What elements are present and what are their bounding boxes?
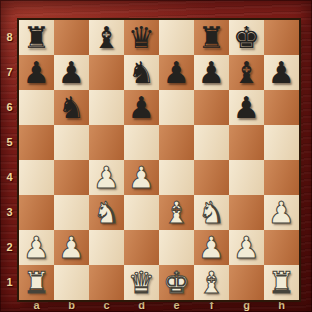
square-g5[interactable] bbox=[229, 125, 264, 160]
square-a4[interactable] bbox=[19, 160, 54, 195]
white-knight-f3: ♞ bbox=[194, 195, 229, 230]
black-pawn-d6: ♟ bbox=[124, 90, 159, 125]
rank-labels: 87654321 bbox=[0, 20, 19, 300]
square-d3[interactable] bbox=[124, 195, 159, 230]
square-f3[interactable]: ♞ bbox=[194, 195, 229, 230]
square-f7[interactable]: ♟ bbox=[194, 55, 229, 90]
rank-label-8: 8 bbox=[6, 32, 12, 43]
file-label-a: a bbox=[33, 300, 39, 311]
square-h2[interactable] bbox=[264, 230, 299, 265]
square-c2[interactable] bbox=[89, 230, 124, 265]
rank-label-2: 2 bbox=[6, 242, 12, 253]
black-king-g8: ♚ bbox=[229, 20, 264, 55]
square-c3[interactable]: ♞ bbox=[89, 195, 124, 230]
square-h3[interactable]: ♟ bbox=[264, 195, 299, 230]
square-h6[interactable] bbox=[264, 90, 299, 125]
rank-label-5: 5 bbox=[6, 137, 12, 148]
black-knight-d7: ♞ bbox=[124, 55, 159, 90]
white-bishop-f1: ♝ bbox=[194, 265, 229, 300]
white-pawn-b2: ♟ bbox=[54, 230, 89, 265]
white-rook-h1: ♜ bbox=[264, 265, 299, 300]
square-g1[interactable] bbox=[229, 265, 264, 300]
square-g4[interactable] bbox=[229, 160, 264, 195]
square-f5[interactable] bbox=[194, 125, 229, 160]
square-h7[interactable]: ♟ bbox=[264, 55, 299, 90]
white-knight-c3: ♞ bbox=[89, 195, 124, 230]
square-b2[interactable]: ♟ bbox=[54, 230, 89, 265]
file-label-d: d bbox=[138, 300, 145, 311]
square-d6[interactable]: ♟ bbox=[124, 90, 159, 125]
file-label-g: g bbox=[243, 300, 250, 311]
square-d7[interactable]: ♞ bbox=[124, 55, 159, 90]
white-pawn-d4: ♟ bbox=[124, 160, 159, 195]
rank-label-1: 1 bbox=[6, 277, 12, 288]
square-b5[interactable] bbox=[54, 125, 89, 160]
square-c1[interactable] bbox=[89, 265, 124, 300]
square-h8[interactable] bbox=[264, 20, 299, 55]
square-d8[interactable]: ♛ bbox=[124, 20, 159, 55]
black-queen-d8: ♛ bbox=[124, 20, 159, 55]
square-a5[interactable] bbox=[19, 125, 54, 160]
square-c7[interactable] bbox=[89, 55, 124, 90]
square-h4[interactable] bbox=[264, 160, 299, 195]
black-bishop-c8: ♝ bbox=[89, 20, 124, 55]
chess-diagram: 87654321 abcdefgh ♜♝♛♜♚♟♟♞♟♟♝♟♞♟♟♟♟♞♝♞♟♟… bbox=[0, 0, 312, 312]
square-a8[interactable]: ♜ bbox=[19, 20, 54, 55]
board: ♜♝♛♜♚♟♟♞♟♟♝♟♞♟♟♟♟♞♝♞♟♟♟♟♟♜♛♚♝♜ bbox=[19, 20, 299, 300]
rank-label-7: 7 bbox=[6, 67, 12, 78]
black-pawn-e7: ♟ bbox=[159, 55, 194, 90]
rank-label-3: 3 bbox=[6, 207, 12, 218]
square-g6[interactable]: ♟ bbox=[229, 90, 264, 125]
white-pawn-c4: ♟ bbox=[89, 160, 124, 195]
square-g8[interactable]: ♚ bbox=[229, 20, 264, 55]
file-label-h: h bbox=[278, 300, 285, 311]
square-a2[interactable]: ♟ bbox=[19, 230, 54, 265]
square-e7[interactable]: ♟ bbox=[159, 55, 194, 90]
square-c8[interactable]: ♝ bbox=[89, 20, 124, 55]
white-bishop-e3: ♝ bbox=[159, 195, 194, 230]
black-rook-f8: ♜ bbox=[194, 20, 229, 55]
square-e8[interactable] bbox=[159, 20, 194, 55]
square-c5[interactable] bbox=[89, 125, 124, 160]
square-f4[interactable] bbox=[194, 160, 229, 195]
black-pawn-h7: ♟ bbox=[264, 55, 299, 90]
square-g2[interactable]: ♟ bbox=[229, 230, 264, 265]
square-a1[interactable]: ♜ bbox=[19, 265, 54, 300]
rank-label-6: 6 bbox=[6, 102, 12, 113]
square-b1[interactable] bbox=[54, 265, 89, 300]
black-pawn-b7: ♟ bbox=[54, 55, 89, 90]
square-g7[interactable]: ♝ bbox=[229, 55, 264, 90]
black-bishop-g7: ♝ bbox=[229, 55, 264, 90]
square-d4[interactable]: ♟ bbox=[124, 160, 159, 195]
square-a6[interactable] bbox=[19, 90, 54, 125]
file-label-b: b bbox=[68, 300, 75, 311]
square-e4[interactable] bbox=[159, 160, 194, 195]
square-c6[interactable] bbox=[89, 90, 124, 125]
white-pawn-g2: ♟ bbox=[229, 230, 264, 265]
square-b7[interactable]: ♟ bbox=[54, 55, 89, 90]
square-d1[interactable]: ♛ bbox=[124, 265, 159, 300]
square-f1[interactable]: ♝ bbox=[194, 265, 229, 300]
file-label-c: c bbox=[103, 300, 109, 311]
square-d2[interactable] bbox=[124, 230, 159, 265]
square-a7[interactable]: ♟ bbox=[19, 55, 54, 90]
square-g3[interactable] bbox=[229, 195, 264, 230]
white-pawn-f2: ♟ bbox=[194, 230, 229, 265]
black-rook-a8: ♜ bbox=[19, 20, 54, 55]
square-e3[interactable]: ♝ bbox=[159, 195, 194, 230]
file-label-e: e bbox=[173, 300, 179, 311]
white-queen-d1: ♛ bbox=[124, 265, 159, 300]
rank-label-4: 4 bbox=[6, 172, 12, 183]
square-b4[interactable] bbox=[54, 160, 89, 195]
square-d5[interactable] bbox=[124, 125, 159, 160]
square-e2[interactable] bbox=[159, 230, 194, 265]
square-e1[interactable]: ♚ bbox=[159, 265, 194, 300]
square-c4[interactable]: ♟ bbox=[89, 160, 124, 195]
black-pawn-g6: ♟ bbox=[229, 90, 264, 125]
black-knight-b6: ♞ bbox=[54, 90, 89, 125]
white-king-e1: ♚ bbox=[159, 265, 194, 300]
file-label-f: f bbox=[210, 300, 214, 311]
square-f2[interactable]: ♟ bbox=[194, 230, 229, 265]
square-h1[interactable]: ♜ bbox=[264, 265, 299, 300]
file-labels: abcdefgh bbox=[19, 299, 299, 312]
square-e5[interactable] bbox=[159, 125, 194, 160]
white-pawn-h3: ♟ bbox=[264, 195, 299, 230]
white-pawn-a2: ♟ bbox=[19, 230, 54, 265]
square-b3[interactable] bbox=[54, 195, 89, 230]
white-rook-a1: ♜ bbox=[19, 265, 54, 300]
square-b6[interactable]: ♞ bbox=[54, 90, 89, 125]
square-a3[interactable] bbox=[19, 195, 54, 230]
black-pawn-a7: ♟ bbox=[19, 55, 54, 90]
square-h5[interactable] bbox=[264, 125, 299, 160]
square-f6[interactable] bbox=[194, 90, 229, 125]
black-pawn-f7: ♟ bbox=[194, 55, 229, 90]
square-b8[interactable] bbox=[54, 20, 89, 55]
square-f8[interactable]: ♜ bbox=[194, 20, 229, 55]
square-e6[interactable] bbox=[159, 90, 194, 125]
